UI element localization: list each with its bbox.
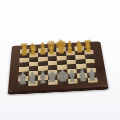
square-f7: ♟ bbox=[66, 51, 76, 56]
square-f6 bbox=[66, 55, 76, 60]
product-photo-scene: ♜♞♝♛♚♝♞♜♟♟♟♟♟♟♟♟♟♟♟♟♟♟♟♟♜♞♝♛♚♝♞♜ bbox=[0, 0, 120, 120]
square-h7: ♟ bbox=[84, 50, 94, 55]
gold-pawn: ♟ bbox=[76, 47, 83, 55]
square-e5 bbox=[57, 60, 67, 65]
square-g5 bbox=[76, 59, 86, 64]
square-f1: ♝ bbox=[67, 78, 77, 84]
square-f5 bbox=[66, 59, 76, 64]
gold-pawn: ♟ bbox=[67, 47, 74, 55]
square-a5 bbox=[19, 62, 29, 67]
square-d6 bbox=[47, 56, 56, 61]
square-c5 bbox=[38, 61, 47, 66]
square-g1: ♞ bbox=[77, 78, 87, 84]
board-grid: ♜♞♝♛♚♝♞♜♟♟♟♟♟♟♟♟♟♟♟♟♟♟♟♟♜♞♝♛♚♝♞♜ bbox=[18, 46, 98, 87]
gold-pawn: ♟ bbox=[30, 49, 37, 57]
gold-pawn: ♟ bbox=[48, 48, 55, 56]
silver-bishop: ♝ bbox=[37, 73, 47, 85]
board-frame: ♜♞♝♛♚♝♞♜♟♟♟♟♟♟♟♟♟♟♟♟♟♟♟♟♜♞♝♛♚♝♞♜ bbox=[8, 41, 108, 92]
silver-rook: ♜ bbox=[87, 71, 97, 83]
gold-pawn: ♟ bbox=[20, 49, 27, 57]
gold-pawn: ♟ bbox=[85, 46, 92, 54]
gold-pawn: ♟ bbox=[57, 47, 64, 55]
square-b1: ♞ bbox=[28, 80, 38, 86]
silver-bishop: ♝ bbox=[67, 72, 77, 84]
chess-board: ♜♞♝♛♚♝♞♜♟♟♟♟♟♟♟♟♟♟♟♟♟♟♟♟♜♞♝♛♚♝♞♜ bbox=[8, 41, 108, 92]
square-e1: ♚ bbox=[58, 79, 68, 85]
gold-pawn: ♟ bbox=[39, 48, 46, 56]
square-d7: ♟ bbox=[47, 52, 56, 57]
square-h1: ♜ bbox=[87, 77, 98, 83]
silver-knight: ♞ bbox=[27, 74, 37, 86]
square-c1: ♝ bbox=[38, 80, 48, 86]
